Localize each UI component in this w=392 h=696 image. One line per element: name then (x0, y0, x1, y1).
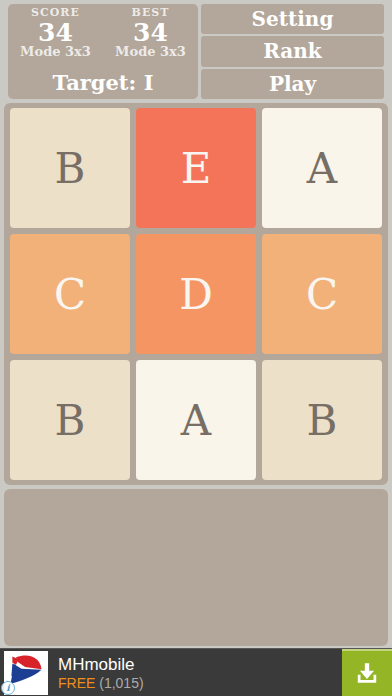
tile: D (136, 234, 256, 354)
tile: B (10, 360, 130, 480)
tile: C (262, 234, 382, 354)
ad-title: MHmobile (58, 654, 144, 675)
ad-rating: (1,015) (99, 675, 143, 691)
tile: C (10, 234, 130, 354)
target-label: Target: I (8, 66, 198, 99)
scores: SCORE 34 Mode 3x3 BEST 34 Mode 3x3 (8, 4, 198, 66)
best-box: BEST 34 Mode 3x3 (103, 7, 198, 66)
tile: E (136, 108, 256, 228)
rank-button[interactable]: Rank (201, 36, 384, 66)
header: SCORE 34 Mode 3x3 BEST 34 Mode 3x3 Targe… (8, 4, 384, 99)
menu: Setting Rank Play (201, 4, 384, 99)
best-mode: Mode 3x3 (103, 45, 198, 60)
download-button[interactable] (342, 649, 392, 696)
score-box: SCORE 34 Mode 3x3 (8, 7, 103, 66)
tile: B (262, 360, 382, 480)
game-board[interactable]: B E A C D C B A B (4, 103, 388, 485)
info-icon[interactable]: i (1, 681, 15, 695)
tile: A (262, 108, 382, 228)
app-screen: SCORE 34 Mode 3x3 BEST 34 Mode 3x3 Targe… (0, 0, 392, 696)
lower-panel (4, 489, 388, 646)
ad-banner[interactable]: i MHmobile FREE (1,015) (0, 648, 392, 696)
setting-button[interactable]: Setting (201, 4, 384, 34)
ad-subtitle: FREE (1,015) (58, 675, 144, 693)
play-button[interactable]: Play (201, 69, 384, 99)
best-value: 34 (103, 20, 198, 45)
tile: A (136, 360, 256, 480)
tile: B (10, 108, 130, 228)
score-mode: Mode 3x3 (8, 45, 103, 60)
score-panel: SCORE 34 Mode 3x3 BEST 34 Mode 3x3 Targe… (8, 4, 198, 99)
score-value: 34 (8, 20, 103, 45)
download-icon (354, 660, 380, 689)
ad-text: MHmobile FREE (1,015) (58, 654, 144, 693)
ad-price: FREE (58, 675, 95, 691)
